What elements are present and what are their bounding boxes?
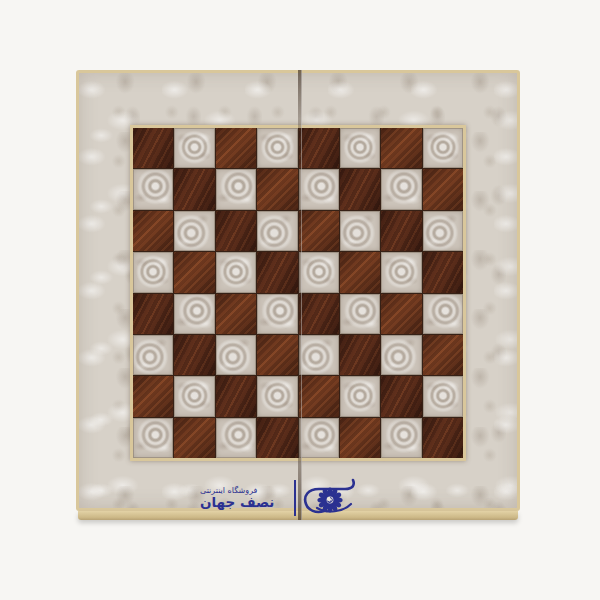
square-a6 xyxy=(133,211,173,251)
square-c8 xyxy=(216,128,256,168)
square-h4 xyxy=(423,294,463,334)
square-e7 xyxy=(299,169,339,209)
square-h3 xyxy=(423,335,463,375)
square-f3 xyxy=(340,335,380,375)
square-f5 xyxy=(340,252,380,292)
square-h8 xyxy=(423,128,463,168)
square-c6 xyxy=(216,211,256,251)
square-a1 xyxy=(133,418,173,458)
square-f4 xyxy=(340,294,380,334)
square-c2 xyxy=(216,376,256,416)
square-e3 xyxy=(299,335,339,375)
square-a5 xyxy=(133,252,173,292)
square-a4 xyxy=(133,294,173,334)
square-b3 xyxy=(174,335,214,375)
square-d1 xyxy=(257,418,297,458)
square-h6 xyxy=(423,211,463,251)
square-b6 xyxy=(174,211,214,251)
square-g8 xyxy=(381,128,421,168)
square-f1 xyxy=(340,418,380,458)
square-b8 xyxy=(174,128,214,168)
board-fold-seam xyxy=(298,70,302,520)
watermark-text: فروشگاه اینترنتی نصف جهان xyxy=(200,486,288,511)
square-a7 xyxy=(133,169,173,209)
square-d7 xyxy=(257,169,297,209)
square-g7 xyxy=(381,169,421,209)
square-b2 xyxy=(174,376,214,416)
watermark-divider xyxy=(294,480,296,516)
square-e5 xyxy=(299,252,339,292)
square-g1 xyxy=(381,418,421,458)
square-d2 xyxy=(257,376,297,416)
square-d4 xyxy=(257,294,297,334)
square-e8 xyxy=(299,128,339,168)
square-h5 xyxy=(423,252,463,292)
square-h2 xyxy=(423,376,463,416)
square-a3 xyxy=(133,335,173,375)
square-h1 xyxy=(423,418,463,458)
square-b5 xyxy=(174,252,214,292)
board-grid xyxy=(133,128,463,458)
square-c5 xyxy=(216,252,256,292)
square-b7 xyxy=(174,169,214,209)
square-f2 xyxy=(340,376,380,416)
square-d8 xyxy=(257,128,297,168)
square-h7 xyxy=(423,169,463,209)
square-a2 xyxy=(133,376,173,416)
square-f7 xyxy=(340,169,380,209)
square-g6 xyxy=(381,211,421,251)
square-d6 xyxy=(257,211,297,251)
rosette-calligraphy-icon xyxy=(299,477,357,519)
square-e1 xyxy=(299,418,339,458)
square-g2 xyxy=(381,376,421,416)
square-e6 xyxy=(299,211,339,251)
square-e2 xyxy=(299,376,339,416)
board-inner-trim xyxy=(130,125,466,461)
square-c4 xyxy=(216,294,256,334)
square-b1 xyxy=(174,418,214,458)
square-f8 xyxy=(340,128,380,168)
square-g4 xyxy=(381,294,421,334)
square-f6 xyxy=(340,211,380,251)
chess-board xyxy=(76,70,520,511)
square-c7 xyxy=(216,169,256,209)
square-g5 xyxy=(381,252,421,292)
square-e4 xyxy=(299,294,339,334)
watermark: فروشگاه اینترنتی نصف جهان xyxy=(200,477,357,519)
square-b4 xyxy=(174,294,214,334)
square-a8 xyxy=(133,128,173,168)
product-photo: فروشگاه اینترنتی نصف جهان xyxy=(0,0,600,600)
square-d3 xyxy=(257,335,297,375)
square-d5 xyxy=(257,252,297,292)
square-c3 xyxy=(216,335,256,375)
watermark-store-name: نصف جهان xyxy=(200,495,288,511)
square-g3 xyxy=(381,335,421,375)
square-c1 xyxy=(216,418,256,458)
